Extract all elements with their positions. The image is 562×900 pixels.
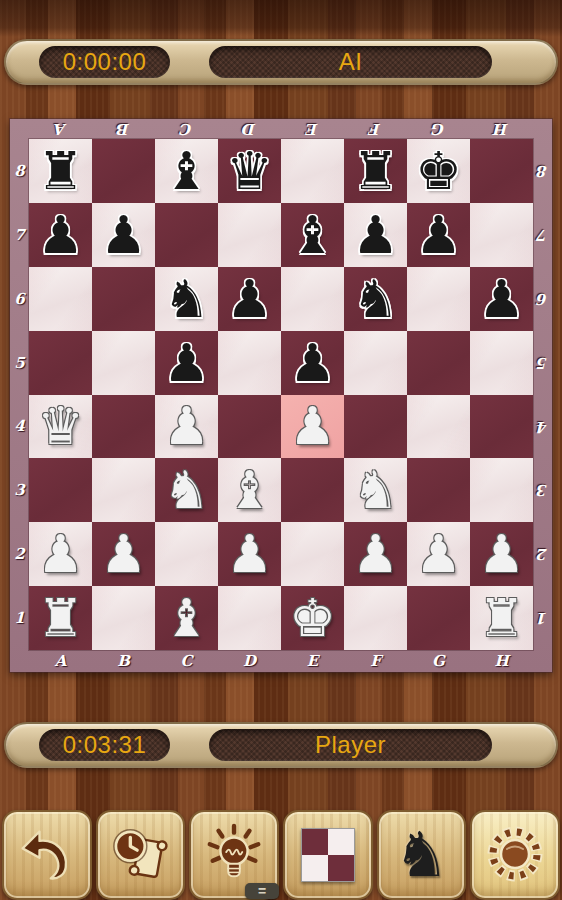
file-label-top-a: A (29, 119, 92, 139)
square-h6[interactable]: ♟ (470, 267, 533, 331)
human-player-bar: 0:03:31 Player (4, 722, 558, 768)
black-rook[interactable]: ♜ (37, 145, 84, 197)
file-label-top-g: G (407, 119, 470, 139)
file-label-top-b: B (92, 119, 155, 139)
rank-label-left-3: 3 (10, 458, 29, 522)
square-h8[interactable] (470, 139, 533, 203)
board-grid: ♜♝♛♜♚♟♟♝♟♟♞♟♞♟♟♟♛♟♟♞♝♞♟♟♟♟♟♟♜♝♚♜ (29, 139, 533, 650)
black-bishop[interactable]: ♝ (289, 209, 336, 261)
black-bishop[interactable]: ♝ (163, 145, 210, 197)
file-labels-bottom: ABCDEFGH (29, 650, 533, 672)
square-e5[interactable]: ♟ (281, 331, 344, 395)
square-h4[interactable] (470, 395, 533, 459)
black-knight[interactable]: ♞ (352, 273, 399, 325)
square-e8[interactable] (281, 139, 344, 203)
square-a7[interactable]: ♟ (29, 203, 92, 267)
file-label-bottom-b: B (92, 650, 155, 672)
black-pawn[interactable]: ♟ (100, 209, 147, 261)
white-pawn[interactable]: ♟ (100, 528, 147, 580)
square-b2[interactable]: ♟ (92, 522, 155, 586)
square-h3[interactable] (470, 458, 533, 522)
file-label-top-c: C (155, 119, 218, 139)
chess-board: ABCDEFGH 87654321 ♜♝♛♜♚♟♟♝♟♟♞♟♞♟♟♟♛♟♟♞♝♞… (10, 119, 552, 672)
file-label-bottom-e: E (281, 650, 344, 672)
ai-timer-value: 0:00:00 (63, 48, 147, 76)
rank-labels-right: 87654321 (533, 139, 552, 650)
black-pawn[interactable]: ♟ (478, 273, 525, 325)
rank-label-right-3: 3 (533, 458, 552, 522)
status-bar-shade (0, 0, 562, 37)
file-labels-top: ABCDEFGH (29, 119, 533, 139)
square-g1[interactable] (407, 586, 470, 650)
square-g6[interactable] (407, 267, 470, 331)
square-b1[interactable] (92, 586, 155, 650)
rank-label-right-2: 2 (533, 522, 552, 586)
rank-label-left-7: 7 (10, 203, 29, 267)
square-c6[interactable]: ♞ (155, 267, 218, 331)
ai-name-label: AI (339, 48, 363, 76)
square-f5[interactable] (344, 331, 407, 395)
black-pawn[interactable]: ♟ (37, 209, 84, 261)
square-d6[interactable]: ♟ (218, 267, 281, 331)
square-c8[interactable]: ♝ (155, 139, 218, 203)
square-f1[interactable] (344, 586, 407, 650)
square-h1[interactable]: ♜ (470, 586, 533, 650)
square-a5[interactable] (29, 331, 92, 395)
square-d7[interactable] (218, 203, 281, 267)
square-b7[interactable]: ♟ (92, 203, 155, 267)
square-f4[interactable] (344, 395, 407, 459)
checkerboard-icon (301, 828, 355, 882)
square-c4[interactable]: ♟ (155, 395, 218, 459)
white-pawn[interactable]: ♟ (226, 528, 273, 580)
white-bishop[interactable]: ♝ (163, 592, 210, 644)
black-pawn[interactable]: ♟ (226, 273, 273, 325)
settings-button[interactable] (470, 810, 560, 900)
square-b5[interactable] (92, 331, 155, 395)
rank-label-right-1: 1 (533, 586, 552, 650)
square-a6[interactable] (29, 267, 92, 331)
toolbar: ♞ (0, 810, 562, 900)
square-f2[interactable]: ♟ (344, 522, 407, 586)
rank-labels-left: 87654321 (10, 139, 29, 650)
square-f3[interactable]: ♞ (344, 458, 407, 522)
rank-label-left-6: 6 (10, 267, 29, 331)
rank-label-left-8: 8 (10, 139, 29, 203)
ai-name-plate: AI (209, 46, 492, 78)
square-a1[interactable]: ♜ (29, 586, 92, 650)
square-d8[interactable]: ♛ (218, 139, 281, 203)
player-name-plate: Player (209, 729, 492, 761)
clock-scroll-icon (110, 823, 172, 888)
rank-label-right-8: 8 (533, 139, 552, 203)
square-a3[interactable] (29, 458, 92, 522)
square-e6[interactable] (281, 267, 344, 331)
square-d3[interactable]: ♝ (218, 458, 281, 522)
player-timer: 0:03:31 (39, 729, 170, 761)
square-g7[interactable]: ♟ (407, 203, 470, 267)
square-b6[interactable] (92, 267, 155, 331)
gear-ring-icon (483, 822, 547, 889)
black-pawn[interactable]: ♟ (415, 209, 462, 261)
file-label-bottom-c: C (155, 650, 218, 672)
square-d2[interactable]: ♟ (218, 522, 281, 586)
player-timer-value: 0:03:31 (63, 731, 147, 759)
square-e7[interactable]: ♝ (281, 203, 344, 267)
undo-arrow-icon (17, 824, 77, 887)
rank-label-left-2: 2 (10, 522, 29, 586)
square-c7[interactable] (155, 203, 218, 267)
file-label-bottom-h: H (470, 650, 533, 672)
square-g5[interactable] (407, 331, 470, 395)
white-pawn[interactable]: ♟ (352, 528, 399, 580)
white-pawn[interactable]: ♟ (415, 528, 462, 580)
rank-label-right-5: 5 (533, 331, 552, 395)
nav-handle[interactable]: = (245, 883, 279, 899)
rank-label-left-1: 1 (10, 586, 29, 650)
file-label-bottom-d: D (218, 650, 281, 672)
square-f6[interactable]: ♞ (344, 267, 407, 331)
file-label-top-d: D (218, 119, 281, 139)
square-e4[interactable]: ♟ (281, 395, 344, 459)
square-b8[interactable] (92, 139, 155, 203)
black-pawn[interactable]: ♟ (163, 337, 210, 389)
undo-button[interactable] (2, 810, 92, 900)
square-b3[interactable] (92, 458, 155, 522)
white-pawn[interactable]: ♟ (37, 528, 84, 580)
square-g2[interactable]: ♟ (407, 522, 470, 586)
square-e2[interactable] (281, 522, 344, 586)
rank-label-right-7: 7 (533, 203, 552, 267)
rank-label-right-6: 6 (533, 267, 552, 331)
white-rook[interactable]: ♜ (478, 592, 525, 644)
app-screen: 0:00:00 AI ABCDEFGH 87654321 ♜♝♛♜♚♟♟♝♟♟♞… (0, 0, 562, 900)
white-pawn[interactable]: ♟ (478, 528, 525, 580)
square-c3[interactable]: ♞ (155, 458, 218, 522)
square-a8[interactable]: ♜ (29, 139, 92, 203)
square-g3[interactable] (407, 458, 470, 522)
knight-icon: ♞ (394, 824, 450, 886)
white-pawn[interactable]: ♟ (163, 400, 210, 452)
ai-player-bar: 0:00:00 AI (4, 39, 558, 85)
square-b4[interactable] (92, 395, 155, 459)
square-f8[interactable]: ♜ (344, 139, 407, 203)
file-label-top-f: F (344, 119, 407, 139)
player-name-label: Player (315, 731, 386, 759)
square-f7[interactable]: ♟ (344, 203, 407, 267)
file-label-bottom-g: G (407, 650, 470, 672)
white-bishop[interactable]: ♝ (226, 464, 273, 516)
white-queen[interactable]: ♛ (37, 400, 84, 452)
black-queen[interactable]: ♛ (226, 145, 273, 197)
file-label-top-h: H (470, 119, 533, 139)
file-label-top-e: E (281, 119, 344, 139)
square-d1[interactable] (218, 586, 281, 650)
square-g4[interactable] (407, 395, 470, 459)
square-e3[interactable] (281, 458, 344, 522)
square-g8[interactable]: ♚ (407, 139, 470, 203)
lightbulb-icon (203, 823, 265, 888)
rank-label-right-4: 4 (533, 395, 552, 459)
white-knight[interactable]: ♞ (163, 464, 210, 516)
square-a2[interactable]: ♟ (29, 522, 92, 586)
rank-label-left-4: 4 (10, 395, 29, 459)
nav-handle-glyph: = (258, 883, 266, 899)
ai-timer: 0:00:00 (39, 46, 170, 78)
square-h5[interactable] (470, 331, 533, 395)
square-d5[interactable] (218, 331, 281, 395)
file-label-bottom-a: A (29, 650, 92, 672)
square-c1[interactable]: ♝ (155, 586, 218, 650)
black-pawn[interactable]: ♟ (352, 209, 399, 261)
square-h7[interactable] (470, 203, 533, 267)
rank-label-left-5: 5 (10, 331, 29, 395)
square-d4[interactable] (218, 395, 281, 459)
white-knight[interactable]: ♞ (352, 464, 399, 516)
white-king[interactable]: ♚ (289, 592, 336, 644)
square-c5[interactable]: ♟ (155, 331, 218, 395)
square-c2[interactable] (155, 522, 218, 586)
board-theme-button[interactable] (283, 810, 373, 900)
square-a4[interactable]: ♛ (29, 395, 92, 459)
square-e1[interactable]: ♚ (281, 586, 344, 650)
move-history-button[interactable] (96, 810, 186, 900)
black-knight[interactable]: ♞ (163, 273, 210, 325)
piece-theme-button[interactable]: ♞ (377, 810, 467, 900)
black-rook[interactable]: ♜ (352, 145, 399, 197)
black-pawn[interactable]: ♟ (289, 337, 336, 389)
file-label-bottom-f: F (344, 650, 407, 672)
black-king[interactable]: ♚ (415, 145, 462, 197)
white-rook[interactable]: ♜ (37, 592, 84, 644)
square-h2[interactable]: ♟ (470, 522, 533, 586)
white-pawn[interactable]: ♟ (289, 400, 336, 452)
